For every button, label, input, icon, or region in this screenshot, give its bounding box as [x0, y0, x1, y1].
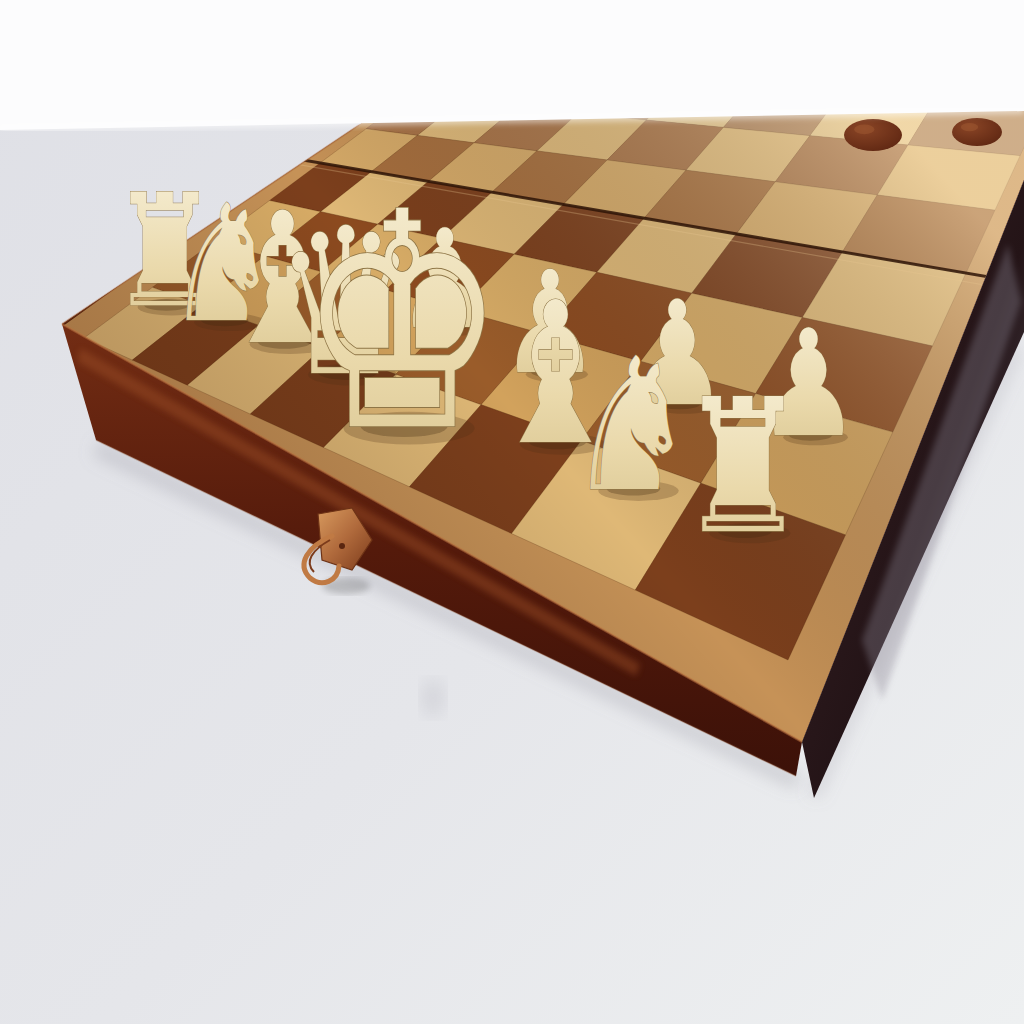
dark-piece-top-highlight: [854, 125, 874, 135]
dark-piece-top-2: [952, 118, 1002, 146]
folding-chess-set-photo: ♜♞♟♝♟♛♟♚♟♝♞♜: [0, 0, 1024, 1024]
piece-white-knight-c7r8: ♞: [567, 318, 696, 532]
piece-white-king-c5r8: ♚: [298, 149, 507, 497]
piece-white-rook-c8r8: ♜: [678, 359, 807, 574]
photo-canvas: ♜♞♟♝♟♛♟♚♟♝♞♜: [0, 0, 1024, 1024]
dark-piece-top-1: [844, 119, 902, 151]
background-smudge: [421, 679, 445, 717]
dark-piece-top-highlight: [961, 123, 979, 131]
clasp-rivet: [339, 543, 345, 549]
